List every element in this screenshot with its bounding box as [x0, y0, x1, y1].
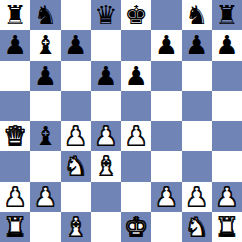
- square-f8[interactable]: [151, 0, 181, 30]
- square-h8[interactable]: ♜: [212, 0, 242, 30]
- piece-white-king[interactable]: ♚: [124, 214, 147, 240]
- piece-white-knight[interactable]: ♞: [185, 214, 208, 240]
- square-b8[interactable]: ♞: [30, 0, 60, 30]
- square-h3[interactable]: [212, 151, 242, 181]
- square-h2[interactable]: ♟: [212, 182, 242, 212]
- square-c6[interactable]: [61, 61, 91, 91]
- square-d1[interactable]: [91, 212, 121, 242]
- square-b6[interactable]: ♟: [30, 61, 60, 91]
- piece-black-rook[interactable]: ♜: [3, 2, 26, 28]
- piece-black-pawn[interactable]: ♟: [215, 32, 238, 58]
- piece-white-pawn[interactable]: ♟: [3, 184, 26, 210]
- square-a8[interactable]: ♜: [0, 0, 30, 30]
- square-h5[interactable]: [212, 91, 242, 121]
- square-d2[interactable]: [91, 182, 121, 212]
- square-d3[interactable]: ♝: [91, 151, 121, 181]
- piece-white-pawn[interactable]: ♟: [94, 123, 117, 149]
- square-g6[interactable]: [182, 61, 212, 91]
- piece-white-knight[interactable]: ♞: [64, 153, 87, 179]
- square-d6[interactable]: ♟: [91, 61, 121, 91]
- square-c1[interactable]: ♝: [61, 212, 91, 242]
- piece-black-knight[interactable]: ♞: [185, 2, 208, 28]
- square-f4[interactable]: [151, 121, 181, 151]
- piece-black-pawn[interactable]: ♟: [124, 63, 147, 89]
- square-h7[interactable]: ♟: [212, 30, 242, 60]
- square-g5[interactable]: [182, 91, 212, 121]
- square-c8[interactable]: [61, 0, 91, 30]
- square-g4[interactable]: [182, 121, 212, 151]
- square-b1[interactable]: [30, 212, 60, 242]
- piece-black-bishop[interactable]: ♝: [34, 32, 57, 58]
- chess-board: ♜♞♛♚♞♜♟♝♟♟♟♟♟♟♟♛♝♟♟♟♞♝♟♟♟♟♟♜♝♚♞♜: [0, 0, 242, 242]
- piece-black-pawn[interactable]: ♟: [185, 32, 208, 58]
- square-d5[interactable]: [91, 91, 121, 121]
- square-g1[interactable]: ♞: [182, 212, 212, 242]
- square-a5[interactable]: [0, 91, 30, 121]
- piece-black-knight[interactable]: ♞: [34, 2, 57, 28]
- square-c3[interactable]: ♞: [61, 151, 91, 181]
- square-f2[interactable]: ♟: [151, 182, 181, 212]
- square-c5[interactable]: [61, 91, 91, 121]
- square-d4[interactable]: ♟: [91, 121, 121, 151]
- piece-black-queen[interactable]: ♛: [94, 2, 117, 28]
- square-a6[interactable]: [0, 61, 30, 91]
- piece-white-pawn[interactable]: ♟: [34, 184, 57, 210]
- square-f7[interactable]: ♟: [151, 30, 181, 60]
- piece-white-pawn[interactable]: ♟: [124, 123, 147, 149]
- piece-black-pawn[interactable]: ♟: [94, 63, 117, 89]
- square-e3[interactable]: [121, 151, 151, 181]
- square-g2[interactable]: ♟: [182, 182, 212, 212]
- piece-white-bishop[interactable]: ♝: [94, 153, 117, 179]
- piece-white-pawn[interactable]: ♟: [155, 184, 178, 210]
- piece-black-pawn[interactable]: ♟: [64, 32, 87, 58]
- square-e6[interactable]: ♟: [121, 61, 151, 91]
- square-a7[interactable]: ♟: [0, 30, 30, 60]
- square-e7[interactable]: [121, 30, 151, 60]
- square-f1[interactable]: [151, 212, 181, 242]
- square-e1[interactable]: ♚: [121, 212, 151, 242]
- square-a1[interactable]: ♜: [0, 212, 30, 242]
- piece-black-pawn[interactable]: ♟: [3, 32, 26, 58]
- square-g7[interactable]: ♟: [182, 30, 212, 60]
- square-f3[interactable]: [151, 151, 181, 181]
- piece-white-pawn[interactable]: ♟: [64, 123, 87, 149]
- square-e2[interactable]: [121, 182, 151, 212]
- piece-white-bishop[interactable]: ♝: [64, 214, 87, 240]
- square-a4[interactable]: ♛: [0, 121, 30, 151]
- square-a2[interactable]: ♟: [0, 182, 30, 212]
- piece-white-rook[interactable]: ♜: [3, 214, 26, 240]
- square-h4[interactable]: [212, 121, 242, 151]
- piece-black-pawn[interactable]: ♟: [155, 32, 178, 58]
- square-e8[interactable]: ♚: [121, 0, 151, 30]
- square-d8[interactable]: ♛: [91, 0, 121, 30]
- piece-white-pawn[interactable]: ♟: [215, 184, 238, 210]
- square-h1[interactable]: ♜: [212, 212, 242, 242]
- square-h6[interactable]: [212, 61, 242, 91]
- square-b3[interactable]: [30, 151, 60, 181]
- piece-white-queen[interactable]: ♛: [3, 123, 26, 149]
- piece-black-bishop[interactable]: ♝: [34, 123, 57, 149]
- piece-white-pawn[interactable]: ♟: [185, 184, 208, 210]
- square-b7[interactable]: ♝: [30, 30, 60, 60]
- square-g8[interactable]: ♞: [182, 0, 212, 30]
- piece-black-king[interactable]: ♚: [124, 2, 147, 28]
- square-e5[interactable]: [121, 91, 151, 121]
- square-c7[interactable]: ♟: [61, 30, 91, 60]
- square-f5[interactable]: [151, 91, 181, 121]
- square-c4[interactable]: ♟: [61, 121, 91, 151]
- square-f6[interactable]: [151, 61, 181, 91]
- piece-black-rook[interactable]: ♜: [215, 2, 238, 28]
- square-d7[interactable]: [91, 30, 121, 60]
- square-b5[interactable]: [30, 91, 60, 121]
- square-c2[interactable]: [61, 182, 91, 212]
- square-e4[interactable]: ♟: [121, 121, 151, 151]
- square-g3[interactable]: [182, 151, 212, 181]
- square-a3[interactable]: [0, 151, 30, 181]
- square-b4[interactable]: ♝: [30, 121, 60, 151]
- piece-black-pawn[interactable]: ♟: [34, 63, 57, 89]
- square-b2[interactable]: ♟: [30, 182, 60, 212]
- piece-white-rook[interactable]: ♜: [215, 214, 238, 240]
